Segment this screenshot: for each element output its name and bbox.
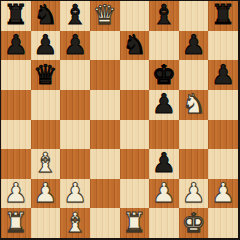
square-g1[interactable]: ♚ [179,208,209,238]
square-e1[interactable]: ♜ [120,208,150,238]
white-pawn[interactable]: ♟ [33,179,57,206]
white-knight[interactable]: ♞ [181,90,205,117]
square-f8[interactable]: ♝ [149,1,179,31]
square-b4[interactable] [31,120,61,150]
square-c4[interactable] [60,120,90,150]
square-c1[interactable]: ♝ [60,208,90,238]
square-a1[interactable]: ♜ [1,208,31,238]
black-pawn[interactable]: ♟ [152,90,176,117]
square-c7[interactable]: ♟ [60,31,90,61]
black-pawn[interactable]: ♟ [33,31,57,58]
square-f3[interactable]: ♟ [149,149,179,179]
square-d4[interactable] [90,120,120,150]
white-queen[interactable]: ♛ [93,1,117,28]
square-h8[interactable]: ♜ [208,1,238,31]
white-rook[interactable]: ♜ [4,209,28,236]
square-a2[interactable]: ♟ [1,179,31,209]
square-b7[interactable]: ♟ [31,31,61,61]
square-e7[interactable]: ♞ [120,31,150,61]
black-pawn[interactable]: ♟ [4,31,28,58]
square-h2[interactable]: ♟ [208,179,238,209]
square-b6[interactable]: ♛ [31,60,61,90]
square-h6[interactable]: ♟ [208,60,238,90]
black-rook[interactable]: ♜ [4,1,28,28]
square-g5[interactable]: ♞ [179,90,209,120]
black-pawn[interactable]: ♟ [181,31,205,58]
square-e8[interactable] [120,1,150,31]
square-a4[interactable] [1,120,31,150]
black-knight[interactable]: ♞ [122,31,146,58]
square-d3[interactable] [90,149,120,179]
white-pawn[interactable]: ♟ [152,179,176,206]
square-a6[interactable] [1,60,31,90]
black-knight[interactable]: ♞ [33,1,57,28]
white-rook[interactable]: ♜ [122,209,146,236]
square-h7[interactable] [208,31,238,61]
white-bishop[interactable]: ♝ [63,209,87,236]
square-h4[interactable] [208,120,238,150]
square-b5[interactable] [31,90,61,120]
black-pawn[interactable]: ♟ [152,149,176,176]
square-e3[interactable] [120,149,150,179]
square-a3[interactable] [1,149,31,179]
square-d5[interactable] [90,90,120,120]
square-f2[interactable]: ♟ [149,179,179,209]
chess-board: ♜♞♝♛♝♜♟♟♟♞♟♛♚♟♟♞♝♟♟♟♟♟♟♟♜♝♜♚ [1,1,238,238]
square-f7[interactable] [149,31,179,61]
square-g8[interactable] [179,1,209,31]
square-c5[interactable] [60,90,90,120]
black-bishop[interactable]: ♝ [63,1,87,28]
square-f4[interactable] [149,120,179,150]
chess-board-frame: ♜♞♝♛♝♜♟♟♟♞♟♛♚♟♟♞♝♟♟♟♟♟♟♟♜♝♜♚ [0,0,240,240]
square-b8[interactable]: ♞ [31,1,61,31]
white-king[interactable]: ♚ [181,209,205,236]
square-g6[interactable] [179,60,209,90]
black-queen[interactable]: ♛ [33,61,57,88]
black-pawn[interactable]: ♟ [63,31,87,58]
square-d2[interactable] [90,179,120,209]
square-a7[interactable]: ♟ [1,31,31,61]
white-pawn[interactable]: ♟ [4,179,28,206]
square-d8[interactable]: ♛ [90,1,120,31]
white-pawn[interactable]: ♟ [211,179,235,206]
square-b3[interactable]: ♝ [31,149,61,179]
square-c6[interactable] [60,60,90,90]
square-a8[interactable]: ♜ [1,1,31,31]
square-g4[interactable] [179,120,209,150]
square-h1[interactable] [208,208,238,238]
square-e6[interactable] [120,60,150,90]
black-king[interactable]: ♚ [152,61,176,88]
black-rook[interactable]: ♜ [211,1,235,28]
square-h3[interactable] [208,149,238,179]
square-g3[interactable] [179,149,209,179]
square-d7[interactable] [90,31,120,61]
square-d1[interactable] [90,208,120,238]
square-f5[interactable]: ♟ [149,90,179,120]
black-pawn[interactable]: ♟ [211,61,235,88]
square-g2[interactable]: ♟ [179,179,209,209]
square-f6[interactable]: ♚ [149,60,179,90]
square-f1[interactable] [149,208,179,238]
square-e5[interactable] [120,90,150,120]
white-pawn[interactable]: ♟ [63,179,87,206]
square-e4[interactable] [120,120,150,150]
square-c2[interactable]: ♟ [60,179,90,209]
white-bishop[interactable]: ♝ [33,149,57,176]
black-bishop[interactable]: ♝ [152,1,176,28]
square-b2[interactable]: ♟ [31,179,61,209]
square-d6[interactable] [90,60,120,90]
square-b1[interactable] [31,208,61,238]
square-c8[interactable]: ♝ [60,1,90,31]
square-e2[interactable] [120,179,150,209]
white-pawn[interactable]: ♟ [181,179,205,206]
square-g7[interactable]: ♟ [179,31,209,61]
square-c3[interactable] [60,149,90,179]
square-h5[interactable] [208,90,238,120]
square-a5[interactable] [1,90,31,120]
